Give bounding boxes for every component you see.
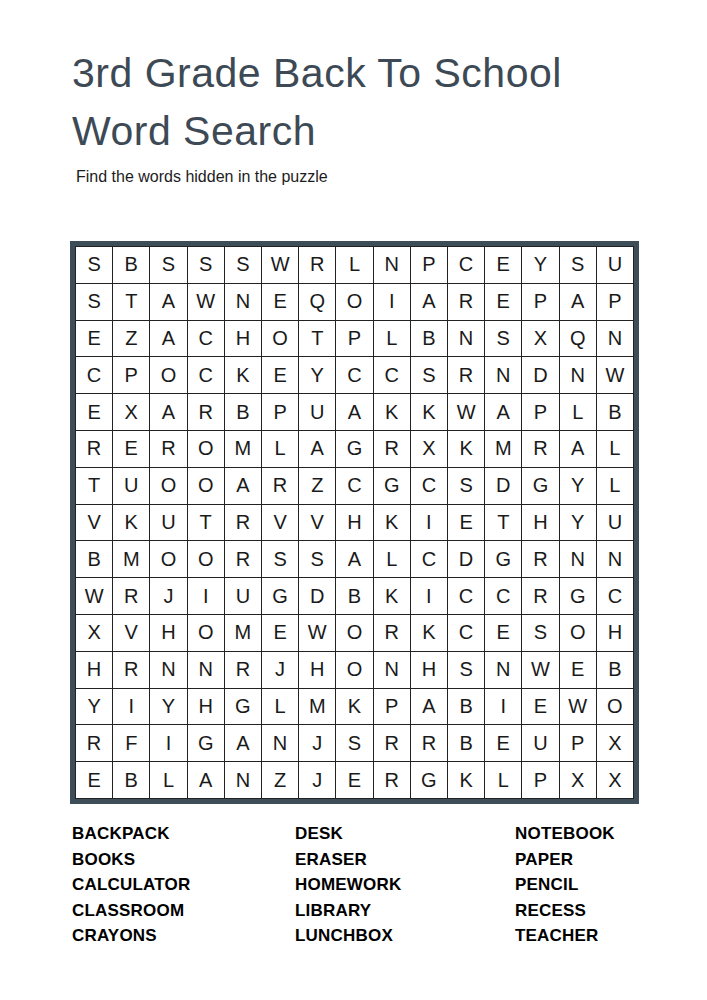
grid-cell-r13c13[interactable]: E	[522, 689, 558, 725]
grid-cell-r13c7[interactable]: M	[299, 689, 335, 725]
grid-cell-r7c6[interactable]: R	[262, 468, 298, 504]
grid-cell-r11c2[interactable]: V	[113, 615, 149, 651]
grid-cell-r10c2[interactable]: R	[113, 578, 149, 614]
grid-cell-r15c14[interactable]: X	[560, 762, 596, 798]
grid-cell-r12c10[interactable]: H	[411, 652, 447, 688]
grid-cell-r9c3[interactable]: O	[150, 541, 186, 577]
grid-cell-r7c9[interactable]: G	[374, 468, 410, 504]
grid-cell-r15c1[interactable]: E	[76, 762, 112, 798]
grid-cell-r4c9[interactable]: C	[374, 357, 410, 393]
grid-cell-r14c2[interactable]: F	[113, 725, 149, 761]
grid-cell-r3c9[interactable]: L	[374, 321, 410, 357]
grid-cell-r2c6[interactable]: E	[262, 284, 298, 320]
word-list-column-3: NOTEBOOKPAPERPENCILRECESSTEACHER	[515, 821, 705, 949]
grid-cell-r13c6[interactable]: L	[262, 689, 298, 725]
grid-cell-r9c2[interactable]: M	[113, 541, 149, 577]
word-list: BACKPACKBOOKSCALCULATORCLASSROOMCRAYONSD…	[72, 821, 705, 949]
grid-cell-r8c8[interactable]: H	[336, 505, 372, 541]
word-list-item: HOMEWORK	[295, 872, 515, 898]
grid-cell-r5c3[interactable]: A	[150, 394, 186, 430]
grid-cell-r15c4[interactable]: A	[188, 762, 224, 798]
grid-cell-r10c8[interactable]: B	[336, 578, 372, 614]
grid-cell-r11c15[interactable]: H	[597, 615, 633, 651]
grid-cell-r10c10[interactable]: I	[411, 578, 447, 614]
grid-cell-r6c10[interactable]: X	[411, 431, 447, 467]
grid-cell-r5c7[interactable]: U	[299, 394, 335, 430]
grid-cell-r8c10[interactable]: I	[411, 505, 447, 541]
grid-cell-r10c13[interactable]: R	[522, 578, 558, 614]
grid-cell-r4c5[interactable]: K	[225, 357, 261, 393]
grid-cell-r5c12[interactable]: A	[485, 394, 521, 430]
grid-cell-r6c2[interactable]: E	[113, 431, 149, 467]
word-list-column-1: BACKPACKBOOKSCALCULATORCLASSROOMCRAYONS	[72, 821, 295, 949]
grid-cell-r6c3[interactable]: R	[150, 431, 186, 467]
word-list-item: DESK	[295, 821, 515, 847]
grid-cell-r2c4[interactable]: W	[188, 284, 224, 320]
grid-cell-r14c5[interactable]: A	[225, 725, 261, 761]
grid-cell-r2c2[interactable]: T	[113, 284, 149, 320]
grid-cell-r15c11[interactable]: K	[448, 762, 484, 798]
grid-cell-r12c3[interactable]: N	[150, 652, 186, 688]
grid-cell-r5c2[interactable]: X	[113, 394, 149, 430]
grid-cell-r4c10[interactable]: S	[411, 357, 447, 393]
grid-cell-r6c7[interactable]: A	[299, 431, 335, 467]
grid-cell-r9c10[interactable]: C	[411, 541, 447, 577]
puzzle-instructions: Find the words hidden in the puzzle	[76, 168, 707, 186]
grid-cell-r10c11[interactable]: C	[448, 578, 484, 614]
grid-cell-r14c15[interactable]: X	[597, 725, 633, 761]
grid-cell-r8c13[interactable]: H	[522, 505, 558, 541]
grid-cell-r14c12[interactable]: E	[485, 725, 521, 761]
grid-cell-r7c1[interactable]: T	[76, 468, 112, 504]
grid-cell-r6c5[interactable]: M	[225, 431, 261, 467]
grid-cell-r2c10[interactable]: A	[411, 284, 447, 320]
grid-cell-r9c9[interactable]: L	[374, 541, 410, 577]
word-search-grid: SBSSSWRLNPCEYSUSTAWNEQOIAREPAPEZACHOTPLB…	[70, 241, 639, 804]
grid-cell-r15c5[interactable]: N	[225, 762, 261, 798]
grid-cell-r14c11[interactable]: B	[448, 725, 484, 761]
grid-cell-r5c6[interactable]: P	[262, 394, 298, 430]
grid-cell-r12c14[interactable]: E	[560, 652, 596, 688]
grid-cell-r11c14[interactable]: O	[560, 615, 596, 651]
grid-cell-r4c2[interactable]: P	[113, 357, 149, 393]
grid-cell-r7c7[interactable]: Z	[299, 468, 335, 504]
grid-cell-r8c11[interactable]: E	[448, 505, 484, 541]
grid-cell-r9c7[interactable]: S	[299, 541, 335, 577]
grid-cell-r3c10[interactable]: B	[411, 321, 447, 357]
grid-cell-r13c11[interactable]: B	[448, 689, 484, 725]
grid-cell-r12c9[interactable]: N	[374, 652, 410, 688]
grid-cell-r9c8[interactable]: A	[336, 541, 372, 577]
grid-cell-r9c14[interactable]: N	[560, 541, 596, 577]
grid-cell-r9c1[interactable]: B	[76, 541, 112, 577]
grid-cell-r8c4[interactable]: T	[188, 505, 224, 541]
grid-cell-r9c12[interactable]: G	[485, 541, 521, 577]
grid-cell-r7c15[interactable]: L	[597, 468, 633, 504]
word-list-item: NOTEBOOK	[515, 821, 705, 847]
grid-cell-r7c10[interactable]: C	[411, 468, 447, 504]
grid-cell-r15c3[interactable]: L	[150, 762, 186, 798]
grid-cell-r15c15[interactable]: X	[597, 762, 633, 798]
grid-cell-r11c8[interactable]: O	[336, 615, 372, 651]
grid-cell-r15c10[interactable]: G	[411, 762, 447, 798]
grid-cell-r6c15[interactable]: L	[597, 431, 633, 467]
grid-cell-r15c12[interactable]: L	[485, 762, 521, 798]
grid-cell-r11c6[interactable]: E	[262, 615, 298, 651]
grid-cell-r7c11[interactable]: S	[448, 468, 484, 504]
grid-cell-r6c1[interactable]: R	[76, 431, 112, 467]
word-list-item: BOOKS	[72, 847, 295, 873]
grid-cell-r12c5[interactable]: R	[225, 652, 261, 688]
word-list-item: CRAYONS	[72, 923, 295, 949]
grid-cell-r1c2[interactable]: B	[113, 247, 149, 283]
grid-cell-r4c3[interactable]: O	[150, 357, 186, 393]
grid-cell-r5c8[interactable]: A	[336, 394, 372, 430]
grid-cell-r2c11[interactable]: R	[448, 284, 484, 320]
grid-cell-r3c13[interactable]: X	[522, 321, 558, 357]
grid-cell-r1c10[interactable]: P	[411, 247, 447, 283]
word-list-item: BACKPACK	[72, 821, 295, 847]
grid-cell-r11c10[interactable]: K	[411, 615, 447, 651]
grid-cell-r15c6[interactable]: Z	[262, 762, 298, 798]
grid-cell-r12c8[interactable]: O	[336, 652, 372, 688]
grid-cell-r13c3[interactable]: Y	[150, 689, 186, 725]
word-list-item: LIBRARY	[295, 898, 515, 924]
page: 3rd Grade Back To School Word Search Fin…	[0, 44, 707, 1000]
grid-cell-r14c10[interactable]: R	[411, 725, 447, 761]
grid-cell-r4c4[interactable]: C	[188, 357, 224, 393]
word-list-item: ERASER	[295, 847, 515, 873]
grid-cell-r9c6[interactable]: S	[262, 541, 298, 577]
grid-cell-r9c5[interactable]: R	[225, 541, 261, 577]
grid-cell-r10c5[interactable]: U	[225, 578, 261, 614]
grid-cell-r3c5[interactable]: H	[225, 321, 261, 357]
grid-cell-r8c2[interactable]: K	[113, 505, 149, 541]
grid-cell-r7c8[interactable]: C	[336, 468, 372, 504]
grid-cell-r10c3[interactable]: J	[150, 578, 186, 614]
grid-cell-r4c8[interactable]: C	[336, 357, 372, 393]
grid-cell-r8c1[interactable]: V	[76, 505, 112, 541]
grid-cell-r11c11[interactable]: C	[448, 615, 484, 651]
grid-cell-r14c7[interactable]: J	[299, 725, 335, 761]
grid-cell-r9c4[interactable]: O	[188, 541, 224, 577]
grid-cell-r5c9[interactable]: K	[374, 394, 410, 430]
grid-cell-r4c7[interactable]: Y	[299, 357, 335, 393]
grid-cell-r11c9[interactable]: R	[374, 615, 410, 651]
grid-cell-r1c11[interactable]: C	[448, 247, 484, 283]
grid-cell-r6c11[interactable]: K	[448, 431, 484, 467]
grid-cell-r4c15[interactable]: W	[597, 357, 633, 393]
grid-cell-r4c14[interactable]: N	[560, 357, 596, 393]
grid-cell-r11c12[interactable]: E	[485, 615, 521, 651]
grid-cell-r4c13[interactable]: D	[522, 357, 558, 393]
grid-cell-r13c12[interactable]: I	[485, 689, 521, 725]
grid-cell-r5c1[interactable]: E	[76, 394, 112, 430]
grid-cell-r11c3[interactable]: H	[150, 615, 186, 651]
grid-cell-r13c10[interactable]: A	[411, 689, 447, 725]
grid-cell-r6c12[interactable]: M	[485, 431, 521, 467]
grid-cell-r3c14[interactable]: Q	[560, 321, 596, 357]
grid-cell-r10c7[interactable]: D	[299, 578, 335, 614]
grid-cell-r8c3[interactable]: U	[150, 505, 186, 541]
grid-cell-r10c15[interactable]: C	[597, 578, 633, 614]
grid-cell-r3c7[interactable]: T	[299, 321, 335, 357]
grid-cell-r5c11[interactable]: W	[448, 394, 484, 430]
grid-cell-r2c7[interactable]: Q	[299, 284, 335, 320]
grid-cell-r3c3[interactable]: A	[150, 321, 186, 357]
grid-cell-r2c1[interactable]: S	[76, 284, 112, 320]
grid-cell-r5c15[interactable]: B	[597, 394, 633, 430]
grid-cell-r10c6[interactable]: G	[262, 578, 298, 614]
grid-cell-r14c3[interactable]: I	[150, 725, 186, 761]
grid-cell-r3c1[interactable]: E	[76, 321, 112, 357]
grid-cell-r12c7[interactable]: H	[299, 652, 335, 688]
grid-cell-r15c8[interactable]: E	[336, 762, 372, 798]
grid-cell-r2c5[interactable]: N	[225, 284, 261, 320]
grid-cell-r4c1[interactable]: C	[76, 357, 112, 393]
grid-cell-r15c2[interactable]: B	[113, 762, 149, 798]
grid-cell-r13c1[interactable]: Y	[76, 689, 112, 725]
grid-cell-r7c13[interactable]: G	[522, 468, 558, 504]
grid-cell-r2c15[interactable]: P	[597, 284, 633, 320]
grid-cell-r1c1[interactable]: S	[76, 247, 112, 283]
word-list-item: RECESS	[515, 898, 705, 924]
grid-cell-r9c11[interactable]: D	[448, 541, 484, 577]
grid-cell-r7c3[interactable]: O	[150, 468, 186, 504]
grid-cell-r8c7[interactable]: V	[299, 505, 335, 541]
grid-cell-r3c4[interactable]: C	[188, 321, 224, 357]
grid-cell-r2c14[interactable]: A	[560, 284, 596, 320]
grid-cell-r1c6[interactable]: W	[262, 247, 298, 283]
grid-cell-r1c9[interactable]: N	[374, 247, 410, 283]
grid-cell-r1c14[interactable]: S	[560, 247, 596, 283]
grid-cell-r1c7[interactable]: R	[299, 247, 335, 283]
grid-cell-r11c7[interactable]: W	[299, 615, 335, 651]
grid-cell-r6c14[interactable]: A	[560, 431, 596, 467]
grid-cell-r14c8[interactable]: S	[336, 725, 372, 761]
grid-cell-r8c9[interactable]: K	[374, 505, 410, 541]
grid-cell-r12c1[interactable]: H	[76, 652, 112, 688]
grid-cell-r13c5[interactable]: G	[225, 689, 261, 725]
grid-cell-r12c15[interactable]: B	[597, 652, 633, 688]
grid-cell-r1c12[interactable]: E	[485, 247, 521, 283]
grid-cell-r4c11[interactable]: R	[448, 357, 484, 393]
grid-cell-r6c8[interactable]: G	[336, 431, 372, 467]
word-list-item: CALCULATOR	[72, 872, 295, 898]
grid-cell-r10c9[interactable]: K	[374, 578, 410, 614]
grid-cell-r9c15[interactable]: N	[597, 541, 633, 577]
grid-cell-r5c13[interactable]: P	[522, 394, 558, 430]
grid-cell-r1c15[interactable]: U	[597, 247, 633, 283]
grid-cell-r7c12[interactable]: D	[485, 468, 521, 504]
grid-cell-r13c8[interactable]: K	[336, 689, 372, 725]
word-list-item: TEACHER	[515, 923, 705, 949]
grid-cell-r3c8[interactable]: P	[336, 321, 372, 357]
grid-cell-r8c12[interactable]: T	[485, 505, 521, 541]
grid-cell-r8c5[interactable]: R	[225, 505, 261, 541]
grid-cell-r1c13[interactable]: Y	[522, 247, 558, 283]
grid-cell-r14c9[interactable]: R	[374, 725, 410, 761]
grid-cell-r10c1[interactable]: W	[76, 578, 112, 614]
grid-cell-r1c4[interactable]: S	[188, 247, 224, 283]
grid-cell-r7c5[interactable]: A	[225, 468, 261, 504]
grid-cell-r14c14[interactable]: P	[560, 725, 596, 761]
grid-cell-r11c5[interactable]: M	[225, 615, 261, 651]
grid-cell-r1c8[interactable]: L	[336, 247, 372, 283]
grid-cell-r10c14[interactable]: G	[560, 578, 596, 614]
grid-cell-r6c13[interactable]: R	[522, 431, 558, 467]
grid-cell-r6c9[interactable]: R	[374, 431, 410, 467]
grid-cell-r5c5[interactable]: B	[225, 394, 261, 430]
word-list-item: PENCIL	[515, 872, 705, 898]
grid-cell-r3c15[interactable]: N	[597, 321, 633, 357]
grid-cell-r6c4[interactable]: O	[188, 431, 224, 467]
word-list-column-2: DESKERASERHOMEWORKLIBRARYLUNCHBOX	[295, 821, 515, 949]
grid-cell-r1c3[interactable]: S	[150, 247, 186, 283]
grid-cell-r12c4[interactable]: N	[188, 652, 224, 688]
grid-cell-r9c13[interactable]: R	[522, 541, 558, 577]
grid-cell-r8c15[interactable]: U	[597, 505, 633, 541]
grid-cell-r10c12[interactable]: C	[485, 578, 521, 614]
grid-cell-r12c6[interactable]: J	[262, 652, 298, 688]
grid-cell-r15c9[interactable]: R	[374, 762, 410, 798]
page-title: 3rd Grade Back To School Word Search	[72, 44, 662, 160]
grid-cell-r2c13[interactable]: P	[522, 284, 558, 320]
grid-cell-r11c1[interactable]: X	[76, 615, 112, 651]
grid-cell-r12c12[interactable]: N	[485, 652, 521, 688]
grid-cell-r3c2[interactable]: Z	[113, 321, 149, 357]
grid-cell-r15c13[interactable]: P	[522, 762, 558, 798]
grid-cell-r8c14[interactable]: Y	[560, 505, 596, 541]
grid-cell-r13c15[interactable]: O	[597, 689, 633, 725]
grid-cell-r5c14[interactable]: L	[560, 394, 596, 430]
grid-cell-r12c2[interactable]: R	[113, 652, 149, 688]
grid-cell-r10c4[interactable]: I	[188, 578, 224, 614]
grid-cell-r14c4[interactable]: G	[188, 725, 224, 761]
grid-cell-r4c6[interactable]: E	[262, 357, 298, 393]
word-list-item: LUNCHBOX	[295, 923, 515, 949]
grid-cell-r13c4[interactable]: H	[188, 689, 224, 725]
grid-cell-r2c9[interactable]: I	[374, 284, 410, 320]
grid-cell-r2c3[interactable]: A	[150, 284, 186, 320]
grid-cell-r1c5[interactable]: S	[225, 247, 261, 283]
word-list-item: CLASSROOM	[72, 898, 295, 924]
grid-cell-r15c7[interactable]: J	[299, 762, 335, 798]
grid-cell-r2c12[interactable]: E	[485, 284, 521, 320]
word-list-item: PAPER	[515, 847, 705, 873]
grid-cell-r12c13[interactable]: W	[522, 652, 558, 688]
grid-cell-r6c6[interactable]: L	[262, 431, 298, 467]
grid-cell-r14c1[interactable]: R	[76, 725, 112, 761]
grid-cell-r3c6[interactable]: O	[262, 321, 298, 357]
grid-cell-r3c11[interactable]: N	[448, 321, 484, 357]
grid-cell-r2c8[interactable]: O	[336, 284, 372, 320]
grid-cell-r14c6[interactable]: N	[262, 725, 298, 761]
grid-cell-r13c2[interactable]: I	[113, 689, 149, 725]
grid-cell-r7c2[interactable]: U	[113, 468, 149, 504]
grid-cell-r13c9[interactable]: P	[374, 689, 410, 725]
grid-cell-r13c14[interactable]: W	[560, 689, 596, 725]
grid-cell-r7c14[interactable]: Y	[560, 468, 596, 504]
grid-cell-r14c13[interactable]: U	[522, 725, 558, 761]
grid-cell-r11c13[interactable]: S	[522, 615, 558, 651]
grid-cell-r5c4[interactable]: R	[188, 394, 224, 430]
grid-cell-r4c12[interactable]: N	[485, 357, 521, 393]
grid-cell-r12c11[interactable]: S	[448, 652, 484, 688]
grid-cell-r8c6[interactable]: V	[262, 505, 298, 541]
grid-cell-r5c10[interactable]: K	[411, 394, 447, 430]
grid-cell-r7c4[interactable]: O	[188, 468, 224, 504]
grid-cell-r11c4[interactable]: O	[188, 615, 224, 651]
grid-cell-r3c12[interactable]: S	[485, 321, 521, 357]
